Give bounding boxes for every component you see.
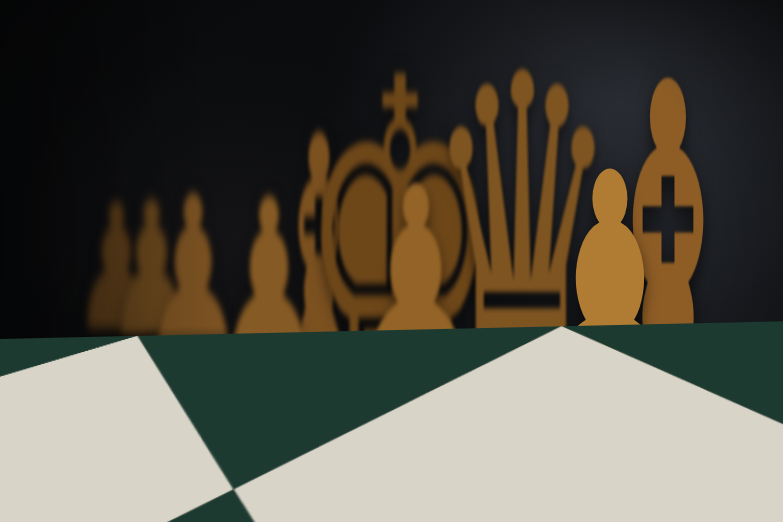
photo-scene: ♟ ♟ ♟ ♟ ♝ ♚ ♟ ♛ ♝ ♟ (0, 0, 783, 522)
piece-white-pawn-near: ♟ (500, 125, 720, 505)
